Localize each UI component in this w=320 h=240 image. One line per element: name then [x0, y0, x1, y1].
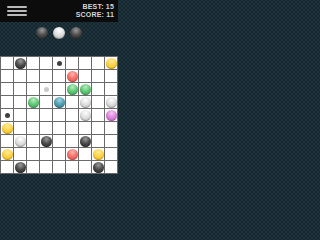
board-cell[interactable]: [79, 70, 91, 82]
next-ball-black: [36, 27, 48, 39]
ball-green[interactable]: [67, 84, 78, 95]
board-cell[interactable]: [14, 161, 26, 173]
ball-white[interactable]: [106, 97, 117, 108]
board-cell[interactable]: [40, 83, 52, 95]
board-cell[interactable]: [1, 148, 13, 160]
board-cell[interactable]: [53, 122, 65, 134]
best-score-label: BEST: 15: [82, 3, 114, 11]
board-cell[interactable]: [79, 161, 91, 173]
next-ball-white: [53, 27, 65, 39]
hamburger-icon: [7, 14, 27, 16]
board-cell[interactable]: [105, 96, 117, 108]
board-cell[interactable]: [40, 135, 52, 147]
board-cell[interactable]: [92, 57, 104, 69]
board-cell[interactable]: [92, 161, 104, 173]
ball-green[interactable]: [80, 84, 91, 95]
board-cell[interactable]: [14, 109, 26, 121]
menu-button[interactable]: [7, 6, 27, 16]
board-cell[interactable]: [79, 109, 91, 121]
board-cell[interactable]: [40, 122, 52, 134]
board-cell[interactable]: [40, 96, 52, 108]
board-cell[interactable]: [53, 83, 65, 95]
score-panel: BEST: 15 SCORE: 11: [76, 3, 114, 19]
ball-black[interactable]: [93, 162, 104, 173]
ball-white[interactable]: [15, 136, 26, 147]
ball-white[interactable]: [80, 97, 91, 108]
board-cell[interactable]: [53, 148, 65, 160]
board-cell[interactable]: [92, 83, 104, 95]
board-cell[interactable]: [14, 135, 26, 147]
board-cell[interactable]: [79, 96, 91, 108]
ball-black[interactable]: [80, 136, 91, 147]
spawn-preview-dot-black: [57, 61, 62, 66]
board-cell[interactable]: [27, 83, 39, 95]
board-cell[interactable]: [27, 96, 39, 108]
board-cell[interactable]: [92, 70, 104, 82]
board-cell[interactable]: [14, 70, 26, 82]
board-cell[interactable]: [1, 57, 13, 69]
board-cell[interactable]: [1, 161, 13, 173]
hamburger-icon: [7, 10, 27, 12]
board-cell[interactable]: [27, 135, 39, 147]
board-cell[interactable]: [14, 122, 26, 134]
board-cell[interactable]: [92, 96, 104, 108]
board-cell[interactable]: [1, 109, 13, 121]
ball-red[interactable]: [67, 71, 78, 82]
board-cell[interactable]: [105, 57, 117, 69]
board-cell[interactable]: [79, 135, 91, 147]
board-cell[interactable]: [27, 70, 39, 82]
board-cell[interactable]: [53, 161, 65, 173]
board-cell[interactable]: [40, 57, 52, 69]
board-cell[interactable]: [105, 109, 117, 121]
board-cell[interactable]: [27, 122, 39, 134]
board-cell[interactable]: [92, 148, 104, 160]
board-cell[interactable]: [40, 109, 52, 121]
ball-white[interactable]: [80, 110, 91, 121]
ball-yellow[interactable]: [106, 58, 117, 69]
board-cell[interactable]: [27, 109, 39, 121]
board-cell[interactable]: [1, 83, 13, 95]
spawn-preview-dot-white: [44, 87, 49, 92]
board-cell[interactable]: [1, 96, 13, 108]
board-cell[interactable]: [66, 83, 78, 95]
board-cell[interactable]: [66, 57, 78, 69]
next-ball-black: [70, 27, 82, 39]
ball-yellow[interactable]: [93, 149, 104, 160]
ball-black[interactable]: [15, 58, 26, 69]
board-cell[interactable]: [14, 148, 26, 160]
board-cell[interactable]: [53, 96, 65, 108]
board-cell[interactable]: [105, 161, 117, 173]
board-cell[interactable]: [1, 122, 13, 134]
board-cell[interactable]: [92, 135, 104, 147]
board: [0, 56, 118, 174]
board-cell[interactable]: [105, 70, 117, 82]
board-cell[interactable]: [79, 122, 91, 134]
board-cell[interactable]: [53, 70, 65, 82]
next-balls-preview: [0, 22, 118, 56]
board-cell[interactable]: [79, 57, 91, 69]
board-cell[interactable]: [92, 122, 104, 134]
spawn-preview-dot-black: [5, 113, 10, 118]
board-cell[interactable]: [66, 161, 78, 173]
board-cell[interactable]: [53, 135, 65, 147]
board-cell[interactable]: [79, 83, 91, 95]
board-cell[interactable]: [66, 96, 78, 108]
board-cell[interactable]: [105, 135, 117, 147]
board-cell[interactable]: [27, 161, 39, 173]
app-bar: BEST: 15 SCORE: 11: [0, 0, 118, 22]
board-cell[interactable]: [40, 161, 52, 173]
board-cell[interactable]: [27, 148, 39, 160]
board-cell[interactable]: [105, 83, 117, 95]
board-cell[interactable]: [40, 70, 52, 82]
board-cell[interactable]: [105, 122, 117, 134]
board-cell[interactable]: [14, 96, 26, 108]
board-cell[interactable]: [14, 57, 26, 69]
board-cell[interactable]: [53, 109, 65, 121]
ball-teal[interactable]: [54, 97, 65, 108]
board-cell[interactable]: [66, 122, 78, 134]
board-cell[interactable]: [66, 135, 78, 147]
ball-red[interactable]: [67, 149, 78, 160]
ball-black[interactable]: [15, 162, 26, 173]
ball-magenta[interactable]: [106, 110, 117, 121]
ball-yellow[interactable]: [2, 123, 13, 134]
ball-yellow[interactable]: [2, 149, 13, 160]
board-cell[interactable]: [27, 57, 39, 69]
board-cell[interactable]: [1, 70, 13, 82]
board-cell[interactable]: [66, 148, 78, 160]
board-cell[interactable]: [105, 148, 117, 160]
board-cell[interactable]: [79, 148, 91, 160]
board-cell[interactable]: [1, 135, 13, 147]
board-cell[interactable]: [53, 57, 65, 69]
board-cell[interactable]: [40, 148, 52, 160]
current-score-label: SCORE: 11: [76, 11, 114, 19]
ball-green[interactable]: [28, 97, 39, 108]
board-cell[interactable]: [66, 70, 78, 82]
hamburger-icon: [7, 6, 27, 8]
board-cell[interactable]: [92, 109, 104, 121]
ball-black[interactable]: [41, 136, 52, 147]
board-cell[interactable]: [66, 109, 78, 121]
board-cell[interactable]: [14, 83, 26, 95]
